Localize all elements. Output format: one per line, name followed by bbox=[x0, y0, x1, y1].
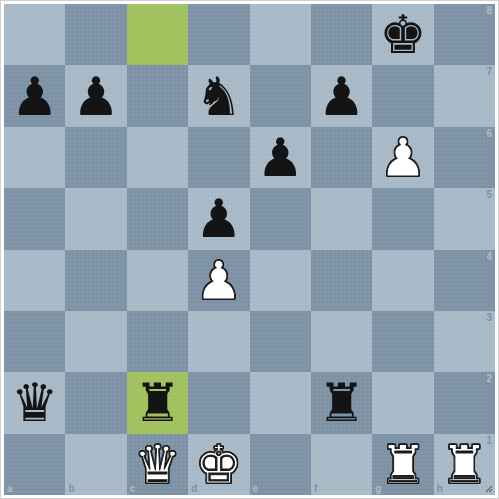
square-a1[interactable]: a bbox=[4, 434, 65, 495]
square-g8[interactable]: ♚ bbox=[372, 4, 433, 65]
chess-board: ♚8♟♟♞♟7♟♟6♟5♟43♛♜♜2ab♛c♚def♜g♜1h bbox=[4, 4, 495, 495]
rank-label-5: 5 bbox=[486, 189, 492, 200]
rank-label-6: 6 bbox=[486, 128, 492, 139]
square-b6[interactable] bbox=[65, 127, 126, 188]
square-g6[interactable]: ♟ bbox=[372, 127, 433, 188]
square-h3[interactable]: 3 bbox=[434, 311, 495, 372]
square-g3[interactable] bbox=[372, 311, 433, 372]
square-e2[interactable] bbox=[250, 372, 311, 433]
square-f2[interactable]: ♜ bbox=[311, 372, 372, 433]
square-a4[interactable] bbox=[4, 250, 65, 311]
square-d4[interactable]: ♟ bbox=[188, 250, 249, 311]
square-e6[interactable]: ♟ bbox=[250, 127, 311, 188]
square-g5[interactable] bbox=[372, 188, 433, 249]
rank-label-3: 3 bbox=[486, 312, 492, 323]
rank-label-2: 2 bbox=[486, 373, 492, 384]
piece-black-rook[interactable]: ♜ bbox=[127, 372, 188, 433]
rank-label-8: 8 bbox=[486, 5, 492, 16]
square-e1[interactable]: e bbox=[250, 434, 311, 495]
piece-black-pawn[interactable]: ♟ bbox=[250, 127, 311, 188]
square-h7[interactable]: 7 bbox=[434, 65, 495, 126]
square-d7[interactable]: ♞ bbox=[188, 65, 249, 126]
file-label-b: b bbox=[68, 483, 74, 494]
square-e7[interactable] bbox=[250, 65, 311, 126]
square-d2[interactable] bbox=[188, 372, 249, 433]
square-e5[interactable] bbox=[250, 188, 311, 249]
square-h2[interactable]: 2 bbox=[434, 372, 495, 433]
piece-black-pawn[interactable]: ♟ bbox=[188, 188, 249, 249]
piece-white-queen[interactable]: ♛ bbox=[127, 434, 188, 495]
square-g7[interactable] bbox=[372, 65, 433, 126]
rank-label-7: 7 bbox=[486, 66, 492, 77]
square-a3[interactable] bbox=[4, 311, 65, 372]
square-b5[interactable] bbox=[65, 188, 126, 249]
square-b1[interactable]: b bbox=[65, 434, 126, 495]
square-d6[interactable] bbox=[188, 127, 249, 188]
square-a8[interactable] bbox=[4, 4, 65, 65]
square-d8[interactable] bbox=[188, 4, 249, 65]
square-a7[interactable]: ♟ bbox=[4, 65, 65, 126]
board-frame: ♚8♟♟♞♟7♟♟6♟5♟43♛♜♜2ab♛c♚def♜g♜1h bbox=[0, 0, 499, 499]
square-a6[interactable] bbox=[4, 127, 65, 188]
square-b7[interactable]: ♟ bbox=[65, 65, 126, 126]
square-f5[interactable] bbox=[311, 188, 372, 249]
piece-black-pawn[interactable]: ♟ bbox=[65, 65, 126, 126]
square-b4[interactable] bbox=[65, 250, 126, 311]
square-b3[interactable] bbox=[65, 311, 126, 372]
square-c5[interactable] bbox=[127, 188, 188, 249]
square-f1[interactable]: f bbox=[311, 434, 372, 495]
square-c7[interactable] bbox=[127, 65, 188, 126]
square-h6[interactable]: 6 bbox=[434, 127, 495, 188]
square-f6[interactable] bbox=[311, 127, 372, 188]
square-g2[interactable] bbox=[372, 372, 433, 433]
piece-black-knight[interactable]: ♞ bbox=[188, 65, 249, 126]
piece-black-king[interactable]: ♚ bbox=[372, 4, 433, 65]
square-c3[interactable] bbox=[127, 311, 188, 372]
square-b8[interactable] bbox=[65, 4, 126, 65]
square-h5[interactable]: 5 bbox=[434, 188, 495, 249]
square-f4[interactable] bbox=[311, 250, 372, 311]
square-h8[interactable]: 8 bbox=[434, 4, 495, 65]
square-f7[interactable]: ♟ bbox=[311, 65, 372, 126]
square-h4[interactable]: 4 bbox=[434, 250, 495, 311]
square-c2[interactable]: ♜ bbox=[127, 372, 188, 433]
square-e4[interactable] bbox=[250, 250, 311, 311]
piece-white-rook[interactable]: ♜ bbox=[372, 434, 433, 495]
square-c6[interactable] bbox=[127, 127, 188, 188]
square-h1[interactable]: ♜1h bbox=[434, 434, 495, 495]
square-e3[interactable] bbox=[250, 311, 311, 372]
piece-black-pawn[interactable]: ♟ bbox=[311, 65, 372, 126]
square-e8[interactable] bbox=[250, 4, 311, 65]
square-a5[interactable] bbox=[4, 188, 65, 249]
square-d5[interactable]: ♟ bbox=[188, 188, 249, 249]
file-label-e: e bbox=[253, 483, 259, 494]
square-d1[interactable]: ♚d bbox=[188, 434, 249, 495]
square-g4[interactable] bbox=[372, 250, 433, 311]
square-d3[interactable] bbox=[188, 311, 249, 372]
rank-label-4: 4 bbox=[486, 251, 492, 262]
square-c8[interactable] bbox=[127, 4, 188, 65]
piece-white-king[interactable]: ♚ bbox=[188, 434, 249, 495]
square-c1[interactable]: ♛c bbox=[127, 434, 188, 495]
resize-handle-icon[interactable] bbox=[483, 483, 494, 494]
square-c4[interactable] bbox=[127, 250, 188, 311]
square-a2[interactable]: ♛ bbox=[4, 372, 65, 433]
piece-white-pawn[interactable]: ♟ bbox=[188, 250, 249, 311]
piece-black-pawn[interactable]: ♟ bbox=[4, 65, 65, 126]
piece-black-queen[interactable]: ♛ bbox=[4, 372, 65, 433]
square-f3[interactable] bbox=[311, 311, 372, 372]
square-f8[interactable] bbox=[311, 4, 372, 65]
square-b2[interactable] bbox=[65, 372, 126, 433]
file-label-f: f bbox=[314, 483, 317, 494]
file-label-a: a bbox=[7, 483, 13, 494]
piece-black-rook[interactable]: ♜ bbox=[311, 372, 372, 433]
piece-white-pawn[interactable]: ♟ bbox=[372, 127, 433, 188]
square-g1[interactable]: ♜g bbox=[372, 434, 433, 495]
